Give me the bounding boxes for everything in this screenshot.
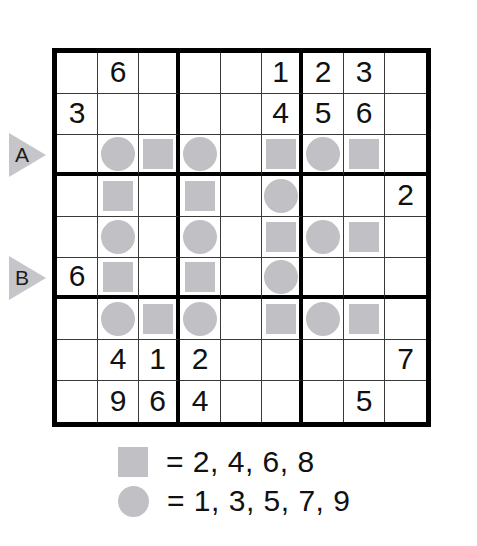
even-square-marker [103, 181, 133, 211]
even-square-marker [266, 304, 296, 334]
given-digit: 7 [397, 344, 414, 374]
cell-r3c5[interactable] [221, 135, 262, 176]
sudoku-board: 612334562641279645 [52, 48, 431, 427]
cell-r8c1[interactable] [57, 340, 98, 381]
cell-r3c8[interactable] [344, 135, 385, 176]
cell-r4c5[interactable] [221, 176, 262, 217]
cell-r9c8[interactable]: 5 [344, 381, 385, 422]
cell-r8c5[interactable] [221, 340, 262, 381]
cell-r5c8[interactable] [344, 217, 385, 258]
even-square-marker [349, 304, 379, 334]
cell-r6c8[interactable] [344, 258, 385, 299]
row-arrow-b: B [9, 256, 46, 300]
even-square-marker [185, 262, 215, 292]
cell-r5c6[interactable] [262, 217, 303, 258]
legend-odd-text: = 1, 3, 5, 7, 9 [167, 484, 350, 518]
odd-circle-marker [264, 179, 298, 213]
odd-circle-marker [306, 302, 340, 336]
given-digit: 6 [356, 98, 373, 128]
cell-r7c7[interactable] [303, 299, 344, 340]
cell-r1c5[interactable] [221, 53, 262, 94]
cell-r8c8[interactable] [344, 340, 385, 381]
even-square-marker [185, 181, 215, 211]
cell-r8c2[interactable]: 4 [98, 340, 139, 381]
even-square-marker [143, 139, 173, 169]
odd-circle-marker [183, 302, 217, 336]
cell-r2c2[interactable] [98, 94, 139, 135]
cell-r9c4[interactable]: 4 [180, 381, 221, 422]
cell-r5c9[interactable] [385, 217, 426, 258]
cell-r8c6[interactable] [262, 340, 303, 381]
row-arrow-b-label: B [15, 256, 29, 300]
cell-r5c5[interactable] [221, 217, 262, 258]
cell-r3c6[interactable] [262, 135, 303, 176]
cell-r5c4[interactable] [180, 217, 221, 258]
cell-r7c1[interactable] [57, 299, 98, 340]
given-digit: 1 [272, 57, 289, 87]
odd-circle-marker [183, 137, 217, 171]
cell-r3c3[interactable] [139, 135, 180, 176]
even-square-marker [143, 304, 173, 334]
cell-r4c7[interactable] [303, 176, 344, 217]
cell-r8c9[interactable]: 7 [385, 340, 426, 381]
cell-r3c1[interactable] [57, 135, 98, 176]
circle-icon [118, 486, 149, 517]
cell-r7c6[interactable] [262, 299, 303, 340]
cell-r1c1[interactable] [57, 53, 98, 94]
cell-r4c3[interactable] [139, 176, 180, 217]
cell-r6c2[interactable] [98, 258, 139, 299]
cell-r4c9[interactable]: 2 [385, 176, 426, 217]
given-digit: 2 [192, 344, 209, 374]
even-square-marker [349, 222, 379, 252]
legend-row-odd: = 1, 3, 5, 7, 9 [118, 485, 350, 517]
given-digit: 4 [110, 344, 127, 374]
cell-r2c7[interactable]: 5 [303, 94, 344, 135]
cell-r3c4[interactable] [180, 135, 221, 176]
odd-circle-marker [306, 137, 340, 171]
given-digit: 4 [192, 386, 209, 416]
given-digit: 5 [356, 386, 373, 416]
cell-r6c7[interactable] [303, 258, 344, 299]
cell-r6c5[interactable] [221, 258, 262, 299]
cell-r2c9[interactable] [385, 94, 426, 135]
cell-r7c4[interactable] [180, 299, 221, 340]
cell-r8c3[interactable]: 1 [139, 340, 180, 381]
cell-r2c1[interactable]: 3 [57, 94, 98, 135]
given-digit: 2 [315, 57, 332, 87]
cell-r4c1[interactable] [57, 176, 98, 217]
cell-r7c5[interactable] [221, 299, 262, 340]
cell-r9c2[interactable]: 9 [98, 381, 139, 422]
legend-even-text: = 2, 4, 6, 8 [166, 445, 315, 479]
cell-r8c4[interactable]: 2 [180, 340, 221, 381]
even-square-marker [266, 222, 296, 252]
given-digit: 6 [149, 386, 166, 416]
cell-r8c7[interactable] [303, 340, 344, 381]
cell-r5c1[interactable] [57, 217, 98, 258]
cell-r6c6[interactable] [262, 258, 303, 299]
odd-circle-marker [101, 302, 135, 336]
given-digit: 5 [315, 98, 332, 128]
cell-r9c3[interactable]: 6 [139, 381, 180, 422]
even-square-marker [266, 139, 296, 169]
row-arrow-a-label: A [15, 133, 29, 177]
given-digit: 3 [356, 57, 373, 87]
cell-r3c2[interactable] [98, 135, 139, 176]
cell-r2c6[interactable]: 4 [262, 94, 303, 135]
cell-r2c3[interactable] [139, 94, 180, 135]
cell-r7c3[interactable] [139, 299, 180, 340]
cell-r9c6[interactable] [262, 381, 303, 422]
even-square-marker [103, 262, 133, 292]
cell-r7c8[interactable] [344, 299, 385, 340]
legend-row-even: = 2, 4, 6, 8 [118, 446, 350, 478]
odd-circle-marker [101, 137, 135, 171]
given-digit: 2 [397, 180, 414, 210]
cell-r5c2[interactable] [98, 217, 139, 258]
cell-r6c3[interactable] [139, 258, 180, 299]
given-digit: 3 [69, 98, 86, 128]
given-digit: 9 [110, 386, 127, 416]
cell-r2c5[interactable] [221, 94, 262, 135]
square-icon [118, 447, 148, 477]
legend: = 2, 4, 6, 8 = 1, 3, 5, 7, 9 [118, 446, 350, 517]
odd-circle-marker [264, 260, 298, 294]
cell-r5c3[interactable] [139, 217, 180, 258]
cell-r1c4[interactable] [180, 53, 221, 94]
given-digit: 6 [69, 261, 86, 291]
cell-r3c7[interactable] [303, 135, 344, 176]
cell-r2c4[interactable] [180, 94, 221, 135]
cell-r9c9[interactable] [385, 381, 426, 422]
odd-circle-marker [101, 220, 135, 254]
cell-r9c7[interactable] [303, 381, 344, 422]
cell-r3c9[interactable] [385, 135, 426, 176]
puzzle-page: A B 612334562641279645 = 2, 4, 6, 8 = 1,… [0, 0, 477, 546]
given-digit: 1 [149, 344, 166, 374]
odd-circle-marker [183, 220, 217, 254]
cell-r7c9[interactable] [385, 299, 426, 340]
cell-r9c5[interactable] [221, 381, 262, 422]
cell-r1c7[interactable]: 2 [303, 53, 344, 94]
cell-r1c2[interactable]: 6 [98, 53, 139, 94]
cell-r9c1[interactable] [57, 381, 98, 422]
cell-r5c7[interactable] [303, 217, 344, 258]
even-square-marker [349, 139, 379, 169]
odd-circle-marker [306, 220, 340, 254]
cell-r6c1[interactable]: 6 [57, 258, 98, 299]
cell-r1c9[interactable] [385, 53, 426, 94]
cell-r7c2[interactable] [98, 299, 139, 340]
cell-r2c8[interactable]: 6 [344, 94, 385, 135]
given-digit: 4 [272, 98, 289, 128]
cell-r4c6[interactable] [262, 176, 303, 217]
cell-r4c2[interactable] [98, 176, 139, 217]
cell-r4c4[interactable] [180, 176, 221, 217]
cell-r4c8[interactable] [344, 176, 385, 217]
row-arrow-a: A [9, 133, 46, 177]
cell-r1c3[interactable] [139, 53, 180, 94]
given-digit: 6 [110, 57, 127, 87]
cell-r6c4[interactable] [180, 258, 221, 299]
cell-r1c6[interactable]: 1 [262, 53, 303, 94]
cell-r1c8[interactable]: 3 [344, 53, 385, 94]
cell-r6c9[interactable] [385, 258, 426, 299]
